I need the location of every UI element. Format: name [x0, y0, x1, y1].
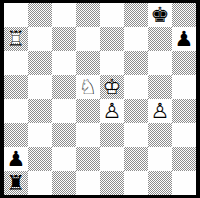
square-c8[interactable] [52, 3, 76, 27]
square-g8[interactable]: ♚ [148, 3, 172, 27]
square-d2[interactable] [76, 147, 100, 171]
square-f8[interactable] [124, 3, 148, 27]
square-g3[interactable] [148, 123, 172, 147]
square-h6[interactable] [172, 51, 196, 75]
square-h4[interactable] [172, 99, 196, 123]
square-e6[interactable] [100, 51, 124, 75]
square-e2[interactable] [100, 147, 124, 171]
square-f3[interactable] [124, 123, 148, 147]
square-g7[interactable] [148, 27, 172, 51]
black-pawn-icon: ♟ [4, 147, 28, 171]
square-d1[interactable] [76, 171, 100, 195]
chess-board: ♚♜♖♟♞♘♚♔♟♙♟♙♟♜ [4, 3, 196, 195]
square-e5[interactable]: ♚♔ [100, 75, 124, 99]
square-f5[interactable] [124, 75, 148, 99]
white-pawn-icon: ♙ [100, 99, 124, 123]
piece-white-pawn[interactable]: ♟♙ [148, 99, 172, 123]
square-b3[interactable] [28, 123, 52, 147]
square-h5[interactable] [172, 75, 196, 99]
square-h2[interactable] [172, 147, 196, 171]
square-d3[interactable] [76, 123, 100, 147]
square-d7[interactable] [76, 27, 100, 51]
white-rook-icon: ♖ [4, 27, 28, 51]
square-a5[interactable] [4, 75, 28, 99]
piece-black-pawn[interactable]: ♟ [4, 147, 28, 171]
black-pawn-icon: ♟ [172, 27, 196, 51]
square-f2[interactable] [124, 147, 148, 171]
square-d8[interactable] [76, 3, 100, 27]
square-e7[interactable] [100, 27, 124, 51]
square-e8[interactable] [100, 3, 124, 27]
square-c4[interactable] [52, 99, 76, 123]
piece-black-king[interactable]: ♚ [148, 3, 172, 27]
chess-board-frame: ♚♜♖♟♞♘♚♔♟♙♟♙♟♜ [0, 0, 200, 198]
black-rook-icon: ♜ [4, 171, 28, 195]
square-c3[interactable] [52, 123, 76, 147]
square-b4[interactable] [28, 99, 52, 123]
square-c6[interactable] [52, 51, 76, 75]
piece-black-rook[interactable]: ♜ [4, 171, 28, 195]
piece-white-pawn[interactable]: ♟♙ [100, 99, 124, 123]
black-king-icon: ♚ [148, 3, 172, 27]
square-b6[interactable] [28, 51, 52, 75]
square-g4[interactable]: ♟♙ [148, 99, 172, 123]
square-h8[interactable] [172, 3, 196, 27]
white-king-icon: ♔ [100, 75, 124, 99]
square-b1[interactable] [28, 171, 52, 195]
square-e4[interactable]: ♟♙ [100, 99, 124, 123]
square-c1[interactable] [52, 171, 76, 195]
square-a3[interactable] [4, 123, 28, 147]
square-g2[interactable] [148, 147, 172, 171]
square-c5[interactable] [52, 75, 76, 99]
piece-white-rook[interactable]: ♜♖ [4, 27, 28, 51]
square-d4[interactable] [76, 99, 100, 123]
square-f7[interactable] [124, 27, 148, 51]
square-c2[interactable] [52, 147, 76, 171]
white-pawn-icon: ♙ [148, 99, 172, 123]
piece-white-knight[interactable]: ♞♘ [76, 75, 100, 99]
square-g5[interactable] [148, 75, 172, 99]
square-g1[interactable] [148, 171, 172, 195]
piece-white-king[interactable]: ♚♔ [100, 75, 124, 99]
square-f4[interactable] [124, 99, 148, 123]
white-knight-icon: ♘ [76, 75, 100, 99]
square-a2[interactable]: ♟ [4, 147, 28, 171]
square-d6[interactable] [76, 51, 100, 75]
square-g6[interactable] [148, 51, 172, 75]
square-e3[interactable] [100, 123, 124, 147]
square-a7[interactable]: ♜♖ [4, 27, 28, 51]
square-e1[interactable] [100, 171, 124, 195]
square-h3[interactable] [172, 123, 196, 147]
square-h7[interactable]: ♟ [172, 27, 196, 51]
square-b8[interactable] [28, 3, 52, 27]
square-a4[interactable] [4, 99, 28, 123]
square-f6[interactable] [124, 51, 148, 75]
square-d5[interactable]: ♞♘ [76, 75, 100, 99]
square-a8[interactable] [4, 3, 28, 27]
square-b2[interactable] [28, 147, 52, 171]
square-c7[interactable] [52, 27, 76, 51]
square-f1[interactable] [124, 171, 148, 195]
piece-black-pawn[interactable]: ♟ [172, 27, 196, 51]
square-b5[interactable] [28, 75, 52, 99]
square-h1[interactable] [172, 171, 196, 195]
square-a1[interactable]: ♜ [4, 171, 28, 195]
square-b7[interactable] [28, 27, 52, 51]
square-a6[interactable] [4, 51, 28, 75]
